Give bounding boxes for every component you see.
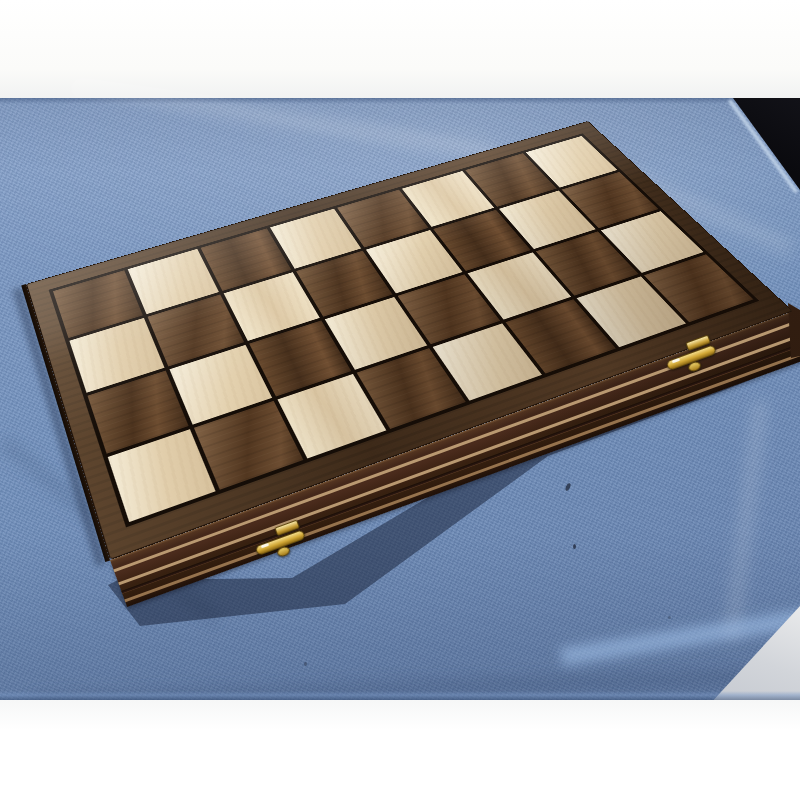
- chess-box: [0, 0, 800, 800]
- scene: [0, 0, 800, 800]
